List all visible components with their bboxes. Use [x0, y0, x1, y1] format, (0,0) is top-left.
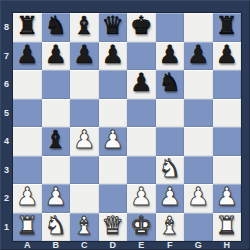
rank-label-1: 1 — [0, 213, 13, 242]
board-frame: 87654321 ♜♞♝♛♚♜♟♟♟♟♟♟♟♟♞♝♟♟♞♟♟♟♟♟♟♜♞♝♛♚♝… — [0, 0, 250, 250]
square-e6[interactable]: ♟ — [127, 70, 156, 99]
file-label-b: B — [42, 241, 71, 250]
square-h8[interactable]: ♜ — [213, 13, 242, 42]
white-pawn-piece: ♟ — [73, 127, 95, 154]
black-rook-piece: ♜ — [216, 13, 238, 40]
square-f2[interactable]: ♟ — [156, 184, 185, 213]
square-e4[interactable] — [127, 127, 156, 156]
black-pawn-piece: ♟ — [187, 42, 209, 69]
white-pawn-piece: ♟ — [102, 127, 124, 154]
square-a4[interactable] — [13, 127, 42, 156]
square-d5[interactable] — [99, 99, 128, 128]
rank-label-5: 5 — [0, 99, 13, 128]
chess-board: ♜♞♝♛♚♜♟♟♟♟♟♟♟♟♞♝♟♟♞♟♟♟♟♟♟♜♞♝♛♚♝♜ — [13, 13, 241, 241]
square-e2[interactable]: ♟ — [127, 184, 156, 213]
square-a6[interactable] — [13, 70, 42, 99]
square-a1[interactable]: ♜ — [13, 213, 42, 242]
white-knight-piece: ♞ — [45, 213, 67, 240]
square-g8[interactable] — [184, 13, 213, 42]
black-pawn-piece: ♟ — [216, 42, 238, 69]
white-bishop-piece: ♝ — [73, 213, 95, 240]
square-c1[interactable]: ♝ — [70, 213, 99, 242]
square-f3[interactable]: ♞ — [156, 156, 185, 185]
square-b1[interactable]: ♞ — [42, 213, 71, 242]
file-label-f: F — [156, 241, 185, 250]
black-bishop-piece: ♝ — [45, 127, 67, 154]
square-c4[interactable]: ♟ — [70, 127, 99, 156]
square-b4[interactable]: ♝ — [42, 127, 71, 156]
square-a3[interactable] — [13, 156, 42, 185]
file-labels: ABCDEFGH — [13, 241, 241, 250]
square-h2[interactable]: ♟ — [213, 184, 242, 213]
black-knight-piece: ♞ — [159, 70, 181, 97]
white-bishop-piece: ♝ — [159, 213, 181, 240]
white-pawn-piece: ♟ — [45, 184, 67, 211]
square-f5[interactable] — [156, 99, 185, 128]
black-pawn-piece: ♟ — [73, 42, 95, 69]
square-c7[interactable]: ♟ — [70, 42, 99, 71]
file-label-h: H — [213, 241, 242, 250]
white-pawn-piece: ♟ — [130, 184, 152, 211]
white-pawn-piece: ♟ — [187, 184, 209, 211]
rank-label-4: 4 — [0, 127, 13, 156]
black-bishop-piece: ♝ — [73, 13, 95, 40]
square-d2[interactable] — [99, 184, 128, 213]
white-rook-piece: ♜ — [216, 213, 238, 240]
rank-label-8: 8 — [0, 13, 13, 42]
square-h7[interactable]: ♟ — [213, 42, 242, 71]
square-c3[interactable] — [70, 156, 99, 185]
square-f4[interactable] — [156, 127, 185, 156]
rank-label-3: 3 — [0, 156, 13, 185]
square-b7[interactable]: ♟ — [42, 42, 71, 71]
file-label-e: E — [127, 241, 156, 250]
black-king-piece: ♚ — [130, 13, 152, 40]
black-rook-piece: ♜ — [16, 13, 38, 40]
square-h1[interactable]: ♜ — [213, 213, 242, 242]
square-h5[interactable] — [213, 99, 242, 128]
square-h4[interactable] — [213, 127, 242, 156]
rank-labels: 87654321 — [0, 13, 13, 241]
white-pawn-piece: ♟ — [159, 184, 181, 211]
square-e1[interactable]: ♚ — [127, 213, 156, 242]
black-pawn-piece: ♟ — [159, 42, 181, 69]
file-label-a: A — [13, 241, 42, 250]
square-e3[interactable] — [127, 156, 156, 185]
square-f6[interactable]: ♞ — [156, 70, 185, 99]
white-rook-piece: ♜ — [16, 213, 38, 240]
square-b6[interactable] — [42, 70, 71, 99]
square-g3[interactable] — [184, 156, 213, 185]
square-g5[interactable] — [184, 99, 213, 128]
file-label-g: G — [184, 241, 213, 250]
rank-label-2: 2 — [0, 184, 13, 213]
square-b3[interactable] — [42, 156, 71, 185]
square-d7[interactable]: ♟ — [99, 42, 128, 71]
square-c5[interactable] — [70, 99, 99, 128]
square-b8[interactable]: ♞ — [42, 13, 71, 42]
square-d1[interactable]: ♛ — [99, 213, 128, 242]
square-a7[interactable]: ♟ — [13, 42, 42, 71]
white-pawn-piece: ♟ — [16, 184, 38, 211]
white-king-piece: ♚ — [130, 213, 152, 240]
square-f8[interactable] — [156, 13, 185, 42]
white-pawn-piece: ♟ — [216, 184, 238, 211]
rank-label-7: 7 — [0, 42, 13, 71]
black-queen-piece: ♛ — [102, 13, 124, 40]
square-e7[interactable] — [127, 42, 156, 71]
black-knight-piece: ♞ — [45, 13, 67, 40]
square-f7[interactable]: ♟ — [156, 42, 185, 71]
white-queen-piece: ♛ — [102, 213, 124, 240]
square-d6[interactable] — [99, 70, 128, 99]
square-g4[interactable] — [184, 127, 213, 156]
square-b5[interactable] — [42, 99, 71, 128]
square-d3[interactable] — [99, 156, 128, 185]
square-b2[interactable]: ♟ — [42, 184, 71, 213]
square-a8[interactable]: ♜ — [13, 13, 42, 42]
square-c8[interactable]: ♝ — [70, 13, 99, 42]
square-d4[interactable]: ♟ — [99, 127, 128, 156]
black-pawn-piece: ♟ — [102, 42, 124, 69]
white-knight-piece: ♞ — [159, 156, 181, 183]
file-label-d: D — [99, 241, 128, 250]
rank-label-6: 6 — [0, 70, 13, 99]
black-pawn-piece: ♟ — [130, 70, 152, 97]
file-label-c: C — [70, 241, 99, 250]
square-g2[interactable]: ♟ — [184, 184, 213, 213]
square-g7[interactable]: ♟ — [184, 42, 213, 71]
square-d8[interactable]: ♛ — [99, 13, 128, 42]
square-c2[interactable] — [70, 184, 99, 213]
square-e8[interactable]: ♚ — [127, 13, 156, 42]
square-h3[interactable] — [213, 156, 242, 185]
black-pawn-piece: ♟ — [16, 42, 38, 69]
square-h6[interactable] — [213, 70, 242, 99]
square-a5[interactable] — [13, 99, 42, 128]
square-g6[interactable] — [184, 70, 213, 99]
square-f1[interactable]: ♝ — [156, 213, 185, 242]
square-e5[interactable] — [127, 99, 156, 128]
square-c6[interactable] — [70, 70, 99, 99]
square-a2[interactable]: ♟ — [13, 184, 42, 213]
square-g1[interactable] — [184, 213, 213, 242]
black-pawn-piece: ♟ — [45, 42, 67, 69]
